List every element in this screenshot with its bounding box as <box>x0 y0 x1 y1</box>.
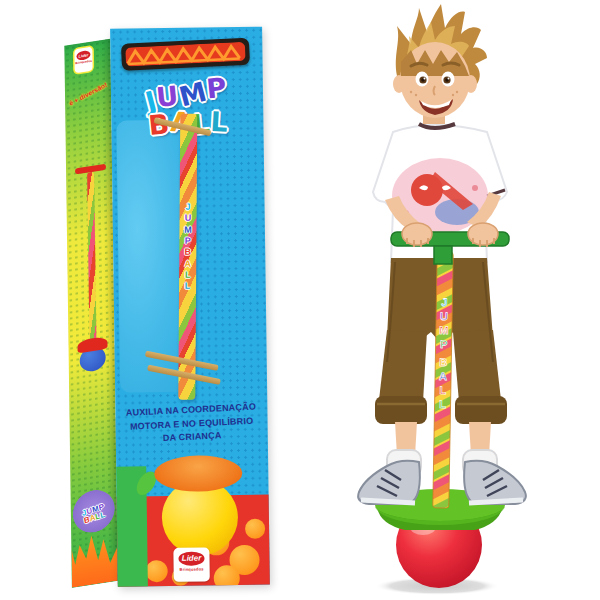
boy-on-jump-ball: J U M P B A L L <box>335 0 565 600</box>
bubble <box>214 565 240 587</box>
tagline: AUXILIA NA COORDENAÇÃO MOTORA E NO EQUIL… <box>119 400 265 447</box>
zigzag-handle-icon <box>125 42 246 67</box>
pant-cuff-right <box>455 396 507 424</box>
pole-letter: J <box>441 296 447 308</box>
brand-logo-subtitle: Brinquedos <box>75 59 93 66</box>
pant-cuff-left <box>375 396 427 424</box>
boxed-pole-label: J U M P B A L L <box>179 202 197 292</box>
retail-box: Lider Brinquedos é + diversão! JUMP BALL <box>64 27 270 590</box>
brand-badge: Lider Brinquedos <box>173 547 209 581</box>
pole-letter: A <box>439 370 447 382</box>
bubble <box>245 519 265 539</box>
bubble <box>146 560 168 582</box>
pole-letter: U <box>440 310 448 322</box>
handle-stem <box>434 246 452 264</box>
pole-letter: P <box>440 338 448 350</box>
side-brand-logo: Lider Brinquedos <box>74 47 92 74</box>
side-toy-illustration-pole <box>87 172 96 341</box>
brand-badge-oval: Lider <box>178 552 204 566</box>
brand-badge-subtitle: Brinquedos <box>174 566 210 572</box>
product-scene: Lider Brinquedos é + diversão! JUMP BALL <box>0 0 600 600</box>
boy-head <box>393 4 487 124</box>
box-front-panel: JUMPBALL J U M P B A L L AUXILIA N <box>110 27 270 587</box>
pole-letter: L <box>439 384 446 396</box>
pole-letter: B <box>439 356 447 368</box>
box-bottom-green-art <box>116 466 148 586</box>
carry-handle-slot <box>121 38 250 71</box>
side-flame-art <box>71 525 118 588</box>
box-side-panel: Lider Brinquedos é + diversão! JUMP BALL <box>64 39 117 588</box>
toy-cap-photo <box>154 455 242 492</box>
side-slogan: é + diversão! <box>62 78 115 111</box>
pole-letter: M <box>439 324 448 336</box>
pole-letter: L <box>439 398 446 410</box>
